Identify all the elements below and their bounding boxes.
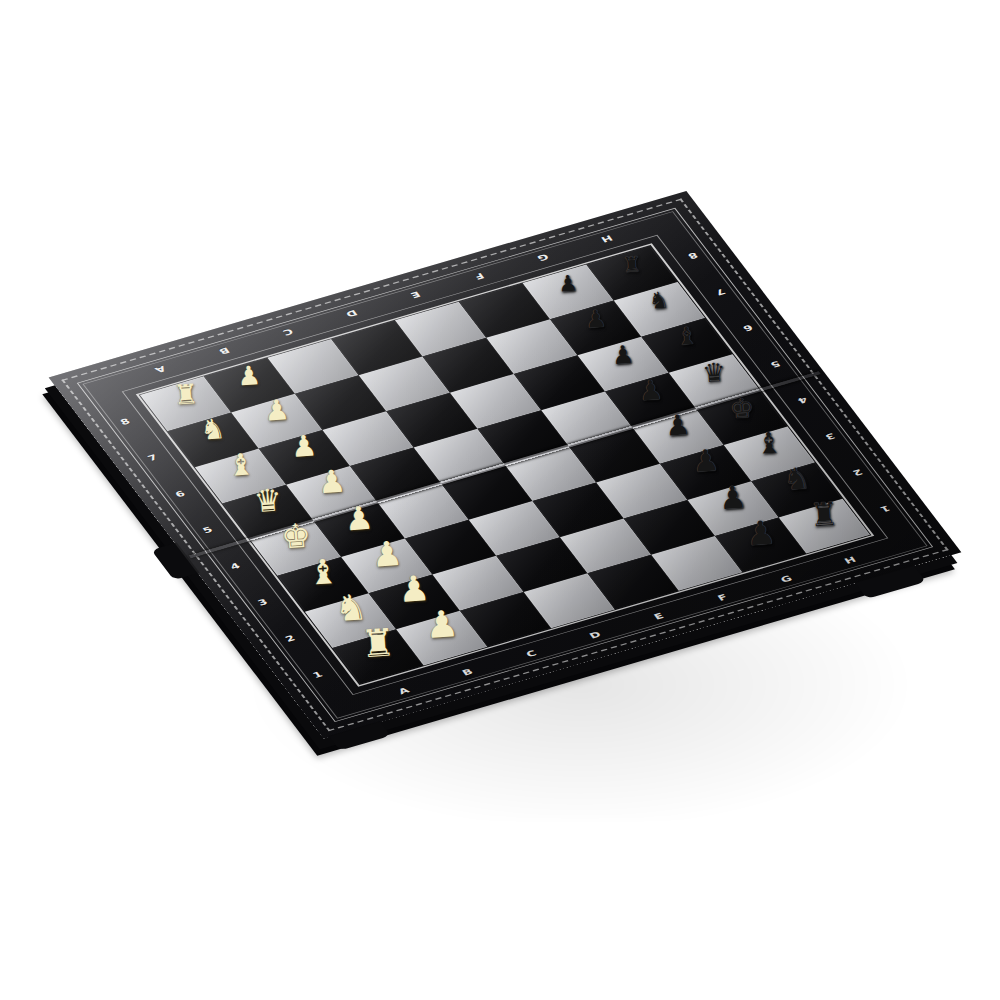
rank-label-right-8: 8 <box>685 250 700 260</box>
rank-label-left-7: 7 <box>145 452 160 462</box>
clasp-tab <box>151 543 199 580</box>
file-label-top-b: B <box>216 346 231 357</box>
file-label-top-e: E <box>407 290 421 300</box>
rank-label-right-3: 3 <box>822 431 837 441</box>
file-label-bottom-b: B <box>460 667 475 678</box>
file-label-top-g: G <box>534 252 550 263</box>
chess-set-photo: AABBCCDDEEFFGGHH1122334455667788 ♜♟♟♜♞♟♟… <box>0 0 1000 1000</box>
file-label-top-a: A <box>152 364 168 375</box>
rank-label-right-1: 1 <box>877 503 892 513</box>
file-label-top-c: C <box>280 327 295 337</box>
file-label-top-f: F <box>471 271 485 281</box>
rank-label-left-8: 8 <box>118 416 133 426</box>
file-label-bottom-h: H <box>842 555 858 566</box>
rank-label-left-3: 3 <box>255 597 270 607</box>
rank-label-left-2: 2 <box>283 633 298 643</box>
rank-label-right-2: 2 <box>850 467 865 477</box>
rank-label-right-7: 7 <box>712 286 727 296</box>
rank-label-right-6: 6 <box>740 323 755 333</box>
file-label-bottom-d: D <box>587 630 603 641</box>
file-label-bottom-c: C <box>524 648 539 658</box>
file-label-bottom-e: E <box>652 611 666 621</box>
rank-label-left-4: 4 <box>228 561 243 571</box>
rank-label-left-6: 6 <box>173 488 188 498</box>
file-label-top-d: D <box>343 308 359 319</box>
rank-label-right-5: 5 <box>767 359 782 369</box>
rank-label-left-5: 5 <box>200 525 215 535</box>
rank-label-left-1: 1 <box>310 669 325 679</box>
file-label-bottom-a: A <box>396 686 412 697</box>
file-label-bottom-f: F <box>716 592 730 602</box>
rank-label-right-4: 4 <box>795 395 810 405</box>
file-label-bottom-g: G <box>779 574 795 585</box>
file-label-top-h: H <box>598 234 614 245</box>
